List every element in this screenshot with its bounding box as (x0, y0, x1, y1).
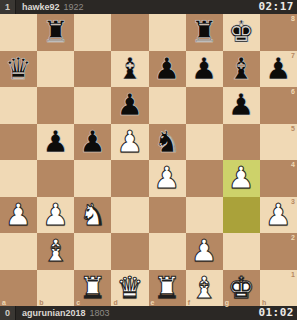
square-b3[interactable]: ♟ (37, 197, 74, 234)
square-f8[interactable]: ♜ (186, 14, 223, 51)
square-f1[interactable]: f♝ (186, 270, 223, 307)
square-e3[interactable] (149, 197, 186, 234)
square-d3[interactable] (111, 197, 148, 234)
piece-black-knight[interactable]: ♞ (149, 124, 186, 161)
rank-label-6: 6 (291, 88, 295, 95)
piece-white-pawn[interactable]: ♟ (0, 197, 37, 234)
piece-black-king[interactable]: ♚ (223, 14, 260, 51)
file-label-a: a (2, 299, 6, 306)
piece-white-pawn[interactable]: ♟ (111, 124, 148, 161)
piece-black-queen[interactable]: ♛ (0, 51, 37, 88)
rank-label-4: 4 (291, 161, 295, 168)
square-a5[interactable] (0, 124, 37, 161)
square-c4[interactable] (74, 160, 111, 197)
square-b1[interactable]: b (37, 270, 74, 307)
rank-label-1: 1 (291, 271, 295, 278)
square-f5[interactable] (186, 124, 223, 161)
square-d2[interactable] (111, 233, 148, 270)
square-f4[interactable] (186, 160, 223, 197)
square-g2[interactable] (223, 233, 260, 270)
square-b2[interactable]: ♝ (37, 233, 74, 270)
square-h7[interactable]: 7♟ (260, 51, 297, 88)
square-g5[interactable] (223, 124, 260, 161)
rank-label-8: 8 (291, 15, 295, 22)
square-e7[interactable]: ♟ (149, 51, 186, 88)
square-e2[interactable] (149, 233, 186, 270)
square-h4[interactable]: 4 (260, 160, 297, 197)
square-c5[interactable]: ♟ (74, 124, 111, 161)
piece-black-pawn[interactable]: ♟ (223, 87, 260, 124)
top-player-rating: 1922 (64, 0, 84, 14)
square-h6[interactable]: 6 (260, 87, 297, 124)
square-h8[interactable]: 8 (260, 14, 297, 51)
square-a6[interactable] (0, 87, 37, 124)
square-a2[interactable] (0, 233, 37, 270)
file-label-h: h (262, 299, 266, 306)
square-f2[interactable]: ♟ (186, 233, 223, 270)
square-g8[interactable]: ♚ (223, 14, 260, 51)
chess-board[interactable]: ♜♜♚8♛♝♟♟♝7♟♟♟6♟♟♟♞5♟♟4♟♟♞3♟♝♟2abc♜d♛e♜f♝… (0, 14, 297, 306)
piece-black-pawn[interactable]: ♟ (74, 124, 111, 161)
piece-black-rook[interactable]: ♜ (186, 14, 223, 51)
square-c7[interactable] (74, 51, 111, 88)
square-e8[interactable] (149, 14, 186, 51)
square-b5[interactable]: ♟ (37, 124, 74, 161)
square-h2[interactable]: 2 (260, 233, 297, 270)
square-b4[interactable] (37, 160, 74, 197)
square-g1[interactable]: g♚ (223, 270, 260, 307)
piece-white-bishop[interactable]: ♝ (37, 233, 74, 270)
rank-label-5: 5 (291, 125, 295, 132)
piece-white-bishop[interactable]: ♝ (186, 270, 223, 307)
square-g6[interactable]: ♟ (223, 87, 260, 124)
bottom-player-score: 0 (0, 306, 16, 320)
square-c2[interactable] (74, 233, 111, 270)
piece-white-knight[interactable]: ♞ (74, 197, 111, 234)
file-label-b: b (39, 299, 43, 306)
square-f7[interactable]: ♟ (186, 51, 223, 88)
square-c8[interactable] (74, 14, 111, 51)
square-d1[interactable]: d♛ (111, 270, 148, 307)
bottom-player-name: agurunian2018 (22, 306, 86, 320)
square-e1[interactable]: e♜ (149, 270, 186, 307)
piece-white-queen[interactable]: ♛ (111, 270, 148, 307)
square-f3[interactable] (186, 197, 223, 234)
piece-white-pawn[interactable]: ♟ (149, 160, 186, 197)
piece-black-pawn[interactable]: ♟ (186, 51, 223, 88)
square-a1[interactable]: a (0, 270, 37, 307)
top-player-clock: 02:17 (258, 0, 294, 14)
piece-white-pawn[interactable]: ♟ (260, 197, 297, 234)
game-screen: 1 hawke92 1922 02:17 ♜♜♚8♛♝♟♟♝7♟♟♟6♟♟♟♞5… (0, 0, 297, 320)
square-h3[interactable]: 3♟ (260, 197, 297, 234)
square-c6[interactable] (74, 87, 111, 124)
piece-white-pawn[interactable]: ♟ (186, 233, 223, 270)
piece-black-pawn[interactable]: ♟ (260, 51, 297, 88)
bottom-player-bar: 0 agurunian2018 1803 01:02 (0, 306, 297, 320)
square-d4[interactable] (111, 160, 148, 197)
square-d6[interactable]: ♟ (111, 87, 148, 124)
square-e4[interactable]: ♟ (149, 160, 186, 197)
square-a7[interactable]: ♛ (0, 51, 37, 88)
square-g3[interactable] (223, 197, 260, 234)
square-d7[interactable]: ♝ (111, 51, 148, 88)
square-c3[interactable]: ♞ (74, 197, 111, 234)
square-f6[interactable] (186, 87, 223, 124)
piece-white-pawn[interactable]: ♟ (37, 197, 74, 234)
square-a8[interactable] (0, 14, 37, 51)
piece-black-pawn[interactable]: ♟ (111, 87, 148, 124)
square-h1[interactable]: 1h (260, 270, 297, 307)
square-a3[interactable]: ♟ (0, 197, 37, 234)
piece-white-pawn[interactable]: ♟ (223, 160, 260, 197)
piece-black-rook[interactable]: ♜ (37, 14, 74, 51)
square-d8[interactable] (111, 14, 148, 51)
square-b6[interactable] (37, 87, 74, 124)
top-player-bar: 1 hawke92 1922 02:17 (0, 0, 297, 14)
bottom-player-rating: 1803 (90, 306, 110, 320)
piece-black-bishop[interactable]: ♝ (223, 51, 260, 88)
square-a4[interactable] (0, 160, 37, 197)
piece-black-bishop[interactable]: ♝ (111, 51, 148, 88)
square-e5[interactable]: ♞ (149, 124, 186, 161)
piece-white-rook[interactable]: ♜ (149, 270, 186, 307)
piece-black-pawn[interactable]: ♟ (37, 124, 74, 161)
square-h5[interactable]: 5 (260, 124, 297, 161)
top-player-name: hawke92 (22, 0, 60, 14)
top-player-score: 1 (0, 0, 16, 14)
piece-white-rook[interactable]: ♜ (74, 270, 111, 307)
square-b7[interactable] (37, 51, 74, 88)
square-g4[interactable]: ♟ (223, 160, 260, 197)
square-b8[interactable]: ♜ (37, 14, 74, 51)
square-d5[interactable]: ♟ (111, 124, 148, 161)
rank-label-2: 2 (291, 234, 295, 241)
square-e6[interactable] (149, 87, 186, 124)
square-g7[interactable]: ♝ (223, 51, 260, 88)
piece-white-king[interactable]: ♚ (223, 270, 260, 307)
piece-black-pawn[interactable]: ♟ (149, 51, 186, 88)
bottom-player-clock: 01:02 (258, 306, 294, 320)
square-c1[interactable]: c♜ (74, 270, 111, 307)
